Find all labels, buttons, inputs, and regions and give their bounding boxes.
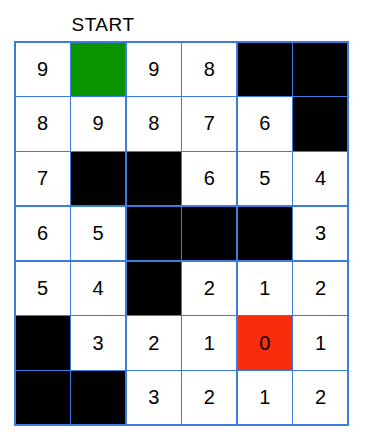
grid-cell: 9 [71,97,125,150]
grid-cell: 9 [16,43,70,96]
puzzle-page: START 99889876765465354212321013212 [0,0,371,441]
wall-cell [293,43,347,96]
start-label: START [70,13,136,37]
grid-cell: 6 [182,152,236,205]
grid-cell: 1 [293,316,347,369]
grid-cell: 5 [16,262,70,315]
grid-cell: 9 [127,43,181,96]
wall-cell [127,262,181,315]
start-cell [71,43,125,96]
wall-cell [71,371,125,424]
grid-cell: 6 [238,97,292,150]
goal-cell: 0 [238,316,292,369]
grid-cell: 8 [127,97,181,150]
grid-cell: 3 [127,371,181,424]
grid-cell: 5 [71,207,125,260]
grid-cell: 2 [127,316,181,369]
grid-cell: 4 [293,152,347,205]
grid-cell: 4 [71,262,125,315]
grid-cell: 7 [182,97,236,150]
wall-cell [127,152,181,205]
wall-cell [16,316,70,369]
grid-cell: 2 [293,371,347,424]
grid-cell: 3 [293,207,347,260]
wall-cell [293,97,347,150]
puzzle-grid: 99889876765465354212321013212 [14,41,349,426]
wall-cell [16,371,70,424]
grid-cell: 2 [182,262,236,315]
grid-cell: 1 [182,316,236,369]
grid-cell: 2 [182,371,236,424]
wall-cell [71,152,125,205]
wall-cell [238,43,292,96]
grid-cell: 7 [16,152,70,205]
grid-cell: 2 [293,262,347,315]
wall-cell [238,207,292,260]
grid-cell: 5 [238,152,292,205]
grid-cell: 3 [71,316,125,369]
grid-cell: 1 [238,262,292,315]
grid-cell: 6 [16,207,70,260]
grid-cell: 1 [238,371,292,424]
wall-cell [182,207,236,260]
wall-cell [127,207,181,260]
grid-cell: 8 [182,43,236,96]
grid-cell: 8 [16,97,70,150]
